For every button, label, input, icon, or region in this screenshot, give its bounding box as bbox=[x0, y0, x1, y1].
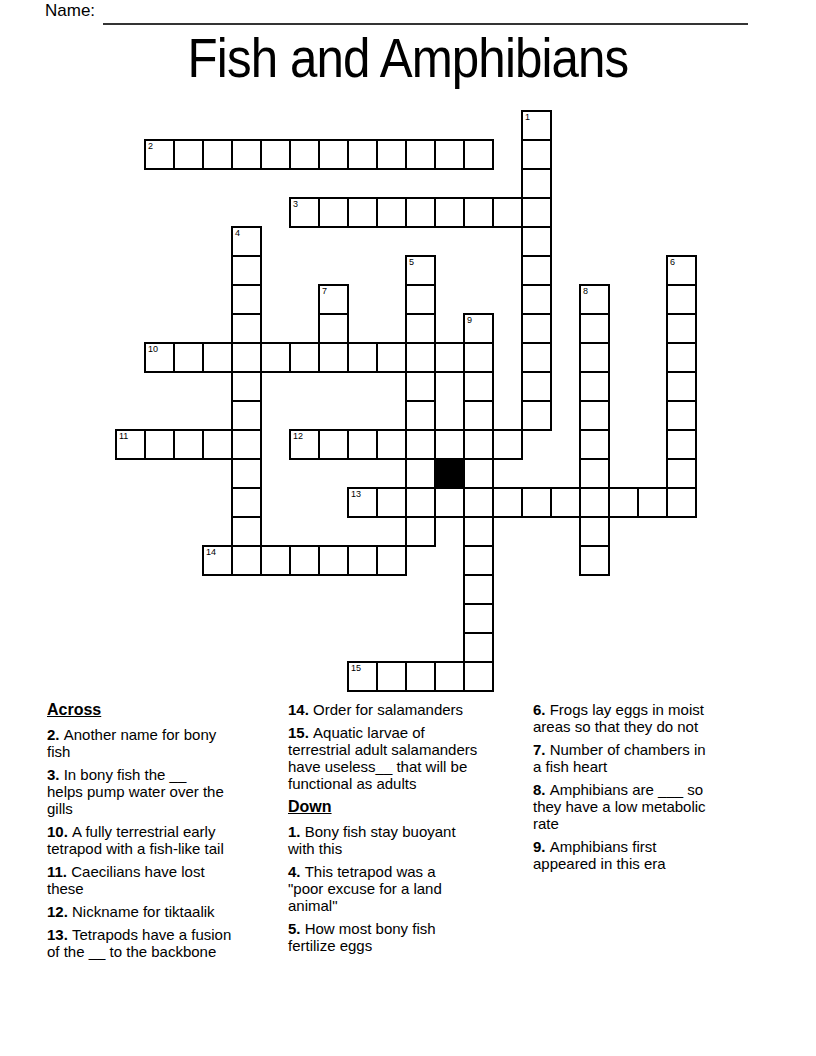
grid-cell-c16-r6[interactable]: 8 bbox=[579, 284, 610, 315]
grid-cell-c10-r3[interactable] bbox=[405, 197, 436, 228]
clue-number: 3. bbox=[47, 766, 64, 783]
grid-cell-c4-r9[interactable] bbox=[231, 371, 262, 402]
grid-cell-c12-r18[interactable] bbox=[463, 632, 494, 663]
grid-cell-c5-r8[interactable] bbox=[260, 342, 291, 373]
grid-cell-c12-r9[interactable] bbox=[463, 371, 494, 402]
grid-cell-c12-r12[interactable] bbox=[463, 458, 494, 489]
grid-cell-c10-r12[interactable] bbox=[405, 458, 436, 489]
grid-cell-c14-r4[interactable] bbox=[521, 226, 552, 257]
clue-number: 8. bbox=[533, 781, 550, 798]
clue-number: 5. bbox=[288, 920, 305, 937]
clue-12: 12. Nickname for tiktaalik bbox=[47, 903, 287, 920]
grid-cell-c6-r3[interactable]: 3 bbox=[289, 197, 320, 228]
grid-cell-c16-r13[interactable] bbox=[579, 487, 610, 518]
grid-cell-c11-r19[interactable] bbox=[434, 661, 465, 692]
grid-cell-c10-r11[interactable] bbox=[405, 429, 436, 460]
grid-cell-c14-r7[interactable] bbox=[521, 313, 552, 344]
grid-cell-c16-r15[interactable] bbox=[579, 545, 610, 576]
clue-number: 14. bbox=[288, 701, 313, 718]
clue-number: 11. bbox=[47, 863, 71, 880]
grid-cell-c1-r11[interactable] bbox=[144, 429, 175, 460]
grid-cell-c4-r14[interactable] bbox=[231, 516, 262, 547]
grid-cell-c10-r14[interactable] bbox=[405, 516, 436, 547]
clue-number: 2. bbox=[47, 726, 64, 743]
grid-cell-c12-r7[interactable]: 9 bbox=[463, 313, 494, 344]
clue-6: 6. Frogs lay eggs in moist areas so that… bbox=[533, 701, 765, 735]
grid-cell-c19-r9[interactable] bbox=[666, 371, 697, 402]
grid-cell-c4-r1[interactable] bbox=[231, 139, 262, 170]
grid-cell-c18-r13[interactable] bbox=[637, 487, 668, 518]
grid-cell-c12-r17[interactable] bbox=[463, 603, 494, 634]
cell-number-13: 13 bbox=[351, 489, 361, 500]
cell-number-10: 10 bbox=[148, 344, 158, 355]
grid-cell-c10-r8[interactable] bbox=[405, 342, 436, 373]
grid-cell-c4-r8[interactable] bbox=[231, 342, 262, 373]
grid-cell-c9-r11[interactable] bbox=[376, 429, 407, 460]
cell-number-11: 11 bbox=[119, 431, 128, 442]
clue-5: 5. How most bony fish fertilize eggs bbox=[288, 920, 532, 954]
grid-cell-c19-r10[interactable] bbox=[666, 400, 697, 431]
grid-cell-c0-r11[interactable]: 11 bbox=[115, 429, 146, 460]
grid-cell-c19-r7[interactable] bbox=[666, 313, 697, 344]
black-cell bbox=[434, 458, 465, 489]
worksheet-page: Name: Fish and Amphibians 12345678910111… bbox=[0, 0, 816, 1056]
grid-cell-c4-r15[interactable] bbox=[231, 545, 262, 576]
cell-number-5: 5 bbox=[409, 257, 414, 268]
grid-cell-c12-r1[interactable] bbox=[463, 139, 494, 170]
grid-cell-c8-r3[interactable] bbox=[347, 197, 378, 228]
grid-cell-c4-r4[interactable]: 4 bbox=[231, 226, 262, 257]
clue-number: 13. bbox=[47, 926, 72, 943]
cell-number-12: 12 bbox=[293, 431, 303, 442]
grid-cell-c16-r10[interactable] bbox=[579, 400, 610, 431]
grid-cell-c8-r1[interactable] bbox=[347, 139, 378, 170]
grid-cell-c12-r15[interactable] bbox=[463, 545, 494, 576]
clue-13: 13. Tetrapods have a fusion of the __ to… bbox=[47, 926, 287, 960]
grid-cell-c10-r19[interactable] bbox=[405, 661, 436, 692]
grid-cell-c10-r1[interactable] bbox=[405, 139, 436, 170]
grid-cell-c7-r15[interactable] bbox=[318, 545, 349, 576]
grid-cell-c19-r12[interactable] bbox=[666, 458, 697, 489]
grid-cell-c9-r15[interactable] bbox=[376, 545, 407, 576]
grid-cell-c3-r8[interactable] bbox=[202, 342, 233, 373]
clue-10: 10. A fully terrestrial early tetrapod w… bbox=[47, 823, 287, 857]
grid-cell-c7-r11[interactable] bbox=[318, 429, 349, 460]
grid-cell-c19-r5[interactable]: 6 bbox=[666, 255, 697, 286]
grid-cell-c11-r8[interactable] bbox=[434, 342, 465, 373]
grid-cell-c6-r1[interactable] bbox=[289, 139, 320, 170]
clue-number: 15. bbox=[288, 724, 313, 741]
cell-number-3: 3 bbox=[293, 199, 298, 210]
grid-cell-c10-r6[interactable] bbox=[405, 284, 436, 315]
grid-cell-c6-r15[interactable] bbox=[289, 545, 320, 576]
grid-cell-c14-r6[interactable] bbox=[521, 284, 552, 315]
grid-cell-c4-r7[interactable] bbox=[231, 313, 262, 344]
grid-cell-c6-r8[interactable] bbox=[289, 342, 320, 373]
grid-cell-c17-r13[interactable] bbox=[608, 487, 639, 518]
grid-cell-c3-r11[interactable] bbox=[202, 429, 233, 460]
grid-cell-c13-r13[interactable] bbox=[492, 487, 523, 518]
grid-cell-c11-r11[interactable] bbox=[434, 429, 465, 460]
grid-cell-c7-r7[interactable] bbox=[318, 313, 349, 344]
cell-number-2: 2 bbox=[148, 141, 153, 152]
cell-number-8: 8 bbox=[583, 286, 588, 297]
grid-cell-c4-r13[interactable] bbox=[231, 487, 262, 518]
grid-cell-c9-r1[interactable] bbox=[376, 139, 407, 170]
grid-cell-c10-r7[interactable] bbox=[405, 313, 436, 344]
grid-cell-c12-r10[interactable] bbox=[463, 400, 494, 431]
grid-cell-c10-r10[interactable] bbox=[405, 400, 436, 431]
grid-cell-c12-r11[interactable] bbox=[463, 429, 494, 460]
grid-cell-c3-r1[interactable] bbox=[202, 139, 233, 170]
grid-cell-c7-r3[interactable] bbox=[318, 197, 349, 228]
grid-cell-c16-r8[interactable] bbox=[579, 342, 610, 373]
cell-number-9: 9 bbox=[467, 315, 472, 326]
cell-number-1: 1 bbox=[525, 112, 530, 123]
section-header-down: Down bbox=[288, 798, 532, 816]
grid-cell-c2-r8[interactable] bbox=[173, 342, 204, 373]
grid-cell-c15-r13[interactable] bbox=[550, 487, 581, 518]
grid-cell-c12-r19[interactable] bbox=[463, 661, 494, 692]
grid-cell-c9-r3[interactable] bbox=[376, 197, 407, 228]
grid-cell-c14-r3[interactable] bbox=[521, 197, 552, 228]
clue-number: 12. bbox=[47, 903, 72, 920]
cell-number-15: 15 bbox=[351, 663, 361, 674]
grid-cell-c12-r13[interactable] bbox=[463, 487, 494, 518]
grid-cell-c10-r13[interactable] bbox=[405, 487, 436, 518]
clue-2: 2. Another name for bony fish bbox=[47, 726, 287, 760]
grid-cell-c11-r3[interactable] bbox=[434, 197, 465, 228]
grid-cell-c6-r11[interactable]: 12 bbox=[289, 429, 320, 460]
grid-cell-c12-r8[interactable] bbox=[463, 342, 494, 373]
cell-number-14: 14 bbox=[206, 547, 216, 558]
grid-cell-c5-r1[interactable] bbox=[260, 139, 291, 170]
clue-3: 3. In bony fish the __ helps pump water … bbox=[47, 766, 287, 817]
clue-9: 9. Amphibians first appeared in this era bbox=[533, 838, 765, 872]
grid-cell-c10-r9[interactable] bbox=[405, 371, 436, 402]
grid-cell-c7-r6[interactable]: 7 bbox=[318, 284, 349, 315]
clue-8: 8. Amphibians are ___ so they have a low… bbox=[533, 781, 765, 832]
clue-number: 1. bbox=[288, 823, 305, 840]
grid-cell-c19-r6[interactable] bbox=[666, 284, 697, 315]
grid-cell-c4-r6[interactable] bbox=[231, 284, 262, 315]
grid-cell-c12-r14[interactable] bbox=[463, 516, 494, 547]
grid-cell-c1-r1[interactable]: 2 bbox=[144, 139, 175, 170]
grid-cell-c9-r8[interactable] bbox=[376, 342, 407, 373]
clues-column-2: 14. Order for salamanders15. Aquatic lar… bbox=[288, 701, 532, 960]
grid-cell-c16-r7[interactable] bbox=[579, 313, 610, 344]
grid-cell-c13-r11[interactable] bbox=[492, 429, 523, 460]
grid-cell-c16-r12[interactable] bbox=[579, 458, 610, 489]
cell-number-4: 4 bbox=[235, 228, 240, 239]
grid-cell-c16-r11[interactable] bbox=[579, 429, 610, 460]
grid-cell-c19-r8[interactable] bbox=[666, 342, 697, 373]
grid-cell-c7-r1[interactable] bbox=[318, 139, 349, 170]
grid-cell-c9-r19[interactable] bbox=[376, 661, 407, 692]
cell-number-6: 6 bbox=[670, 257, 675, 268]
grid-cell-c10-r5[interactable]: 5 bbox=[405, 255, 436, 286]
grid-cell-c2-r11[interactable] bbox=[173, 429, 204, 460]
grid-cell-c8-r11[interactable] bbox=[347, 429, 378, 460]
grid-cell-c1-r8[interactable]: 10 bbox=[144, 342, 175, 373]
clue-7: 7. Number of chambers in a fish heart bbox=[533, 741, 765, 775]
grid-cell-c13-r3[interactable] bbox=[492, 197, 523, 228]
clue-number: 10. bbox=[47, 823, 72, 840]
grid-cell-c16-r14[interactable] bbox=[579, 516, 610, 547]
grid-cell-c14-r5[interactable] bbox=[521, 255, 552, 286]
grid-cell-c8-r19[interactable]: 15 bbox=[347, 661, 378, 692]
grid-cell-c9-r13[interactable] bbox=[376, 487, 407, 518]
clue-number: 9. bbox=[533, 838, 550, 855]
grid-cell-c14-r13[interactable] bbox=[521, 487, 552, 518]
cell-number-7: 7 bbox=[322, 286, 327, 297]
grid-cell-c14-r9[interactable] bbox=[521, 371, 552, 402]
clue-number: 6. bbox=[533, 701, 550, 718]
grid-cell-c8-r13[interactable]: 13 bbox=[347, 487, 378, 518]
grid-cell-c14-r1[interactable] bbox=[521, 139, 552, 170]
grid-cell-c4-r10[interactable] bbox=[231, 400, 262, 431]
clue-14: 14. Order for salamanders bbox=[288, 701, 532, 718]
grid-cell-c14-r8[interactable] bbox=[521, 342, 552, 373]
grid-cell-c8-r15[interactable] bbox=[347, 545, 378, 576]
grid-cell-c14-r10[interactable] bbox=[521, 400, 552, 431]
grid-cell-c3-r15[interactable]: 14 bbox=[202, 545, 233, 576]
grid-cell-c4-r5[interactable] bbox=[231, 255, 262, 286]
clue-15: 15. Aquatic larvae of terrestrial adult … bbox=[288, 724, 532, 792]
grid-cell-c8-r8[interactable] bbox=[347, 342, 378, 373]
grid-cell-c11-r13[interactable] bbox=[434, 487, 465, 518]
clues-column-3: 6. Frogs lay eggs in moist areas so that… bbox=[533, 701, 765, 878]
grid-cell-c19-r11[interactable] bbox=[666, 429, 697, 460]
clue-4: 4. This tetrapod was a "poor excuse for … bbox=[288, 863, 532, 914]
clue-number: 4. bbox=[288, 863, 305, 880]
grid-cell-c12-r3[interactable] bbox=[463, 197, 494, 228]
grid-cell-c14-r2[interactable] bbox=[521, 168, 552, 199]
grid-cell-c7-r8[interactable] bbox=[318, 342, 349, 373]
grid-cell-c5-r15[interactable] bbox=[260, 545, 291, 576]
grid-cell-c4-r12[interactable] bbox=[231, 458, 262, 489]
clue-1: 1. Bony fish stay buoyant with this bbox=[288, 823, 532, 857]
grid-cell-c19-r13[interactable] bbox=[666, 487, 697, 518]
clue-11: 11. Caecilians have lost these bbox=[47, 863, 287, 897]
grid-cell-c12-r16[interactable] bbox=[463, 574, 494, 605]
grid-cell-c16-r9[interactable] bbox=[579, 371, 610, 402]
clues-column-1: Across2. Another name for bony fish3. In… bbox=[47, 701, 287, 966]
section-header-across: Across bbox=[47, 701, 287, 719]
grid-cell-c2-r1[interactable] bbox=[173, 139, 204, 170]
grid-cell-c11-r1[interactable] bbox=[434, 139, 465, 170]
grid-cell-c14-r0[interactable]: 1 bbox=[521, 110, 552, 141]
clue-number: 7. bbox=[533, 741, 550, 758]
grid-cell-c4-r11[interactable] bbox=[231, 429, 262, 460]
